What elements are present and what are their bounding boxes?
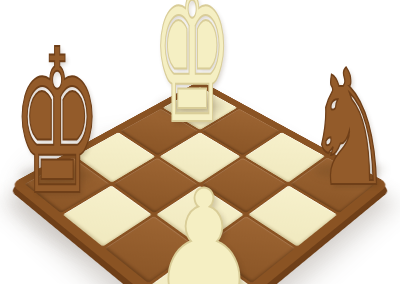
white-pawn-piece[interactable]: ♟ [151, 172, 258, 284]
brown-king-piece[interactable]: ♚ [12, 23, 102, 223]
photo-frame: ♚ ♚ ♞ ♟ [0, 0, 400, 284]
brown-knight-piece[interactable]: ♞ [306, 49, 392, 209]
white-king-piece[interactable]: ♚ [152, 0, 233, 152]
